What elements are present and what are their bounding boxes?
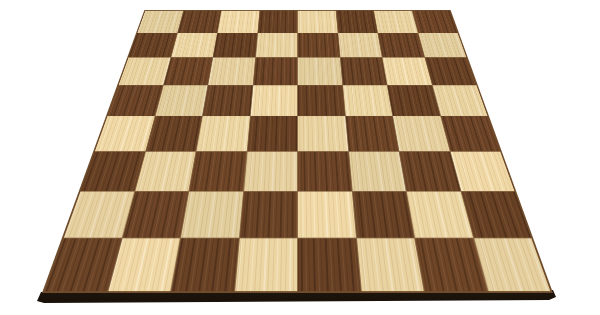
square-c1[interactable]: [171, 238, 238, 291]
square-d1[interactable]: [234, 238, 296, 291]
square-f2[interactable]: [352, 191, 414, 237]
chess-board: [42, 9, 553, 292]
square-e3[interactable]: [297, 151, 350, 191]
square-h8[interactable]: [412, 10, 457, 32]
square-a2[interactable]: [64, 191, 134, 237]
square-c7[interactable]: [213, 32, 257, 56]
square-b4[interactable]: [145, 116, 201, 151]
square-h4[interactable]: [440, 116, 499, 151]
square-g5[interactable]: [387, 85, 439, 116]
square-c3[interactable]: [189, 151, 246, 191]
square-g3[interactable]: [399, 151, 460, 191]
square-c8[interactable]: [217, 10, 258, 32]
square-a8[interactable]: [137, 10, 182, 32]
square-b7[interactable]: [170, 32, 216, 56]
square-g4[interactable]: [393, 116, 449, 151]
square-a4[interactable]: [95, 116, 154, 151]
square-e4[interactable]: [297, 116, 347, 151]
square-f6[interactable]: [340, 57, 387, 84]
square-e7[interactable]: [297, 32, 339, 56]
square-f5[interactable]: [342, 85, 392, 116]
square-a6[interactable]: [118, 57, 169, 84]
square-h5[interactable]: [432, 85, 487, 116]
square-b8[interactable]: [177, 10, 220, 32]
board-grid: [42, 9, 553, 292]
square-b6[interactable]: [163, 57, 212, 84]
square-d6[interactable]: [253, 57, 297, 84]
square-d2[interactable]: [239, 191, 297, 237]
square-f7[interactable]: [337, 32, 381, 56]
square-d8[interactable]: [257, 10, 296, 32]
product-photo-scene: [0, 0, 600, 315]
square-b2[interactable]: [122, 191, 188, 237]
square-c6[interactable]: [208, 57, 255, 84]
square-h6[interactable]: [424, 57, 475, 84]
square-a5[interactable]: [107, 85, 162, 116]
square-a7[interactable]: [128, 32, 176, 56]
square-f1[interactable]: [356, 238, 423, 291]
square-d7[interactable]: [255, 32, 297, 56]
square-e6[interactable]: [297, 57, 341, 84]
square-c4[interactable]: [196, 116, 249, 151]
square-c2[interactable]: [180, 191, 242, 237]
square-b3[interactable]: [134, 151, 195, 191]
square-a3[interactable]: [80, 151, 144, 191]
square-f3[interactable]: [348, 151, 405, 191]
square-d3[interactable]: [243, 151, 296, 191]
square-d4[interactable]: [247, 116, 297, 151]
square-f8[interactable]: [335, 10, 376, 32]
square-h7[interactable]: [418, 32, 466, 56]
square-g7[interactable]: [378, 32, 424, 56]
square-b5[interactable]: [155, 85, 207, 116]
square-d5[interactable]: [250, 85, 297, 116]
square-g6[interactable]: [382, 57, 431, 84]
square-h2[interactable]: [461, 191, 531, 237]
square-e1[interactable]: [297, 238, 359, 291]
square-e5[interactable]: [297, 85, 344, 116]
square-h3[interactable]: [450, 151, 514, 191]
square-f4[interactable]: [345, 116, 398, 151]
square-e8[interactable]: [297, 10, 336, 32]
square-g8[interactable]: [374, 10, 417, 32]
square-e2[interactable]: [297, 191, 355, 237]
square-c5[interactable]: [202, 85, 252, 116]
